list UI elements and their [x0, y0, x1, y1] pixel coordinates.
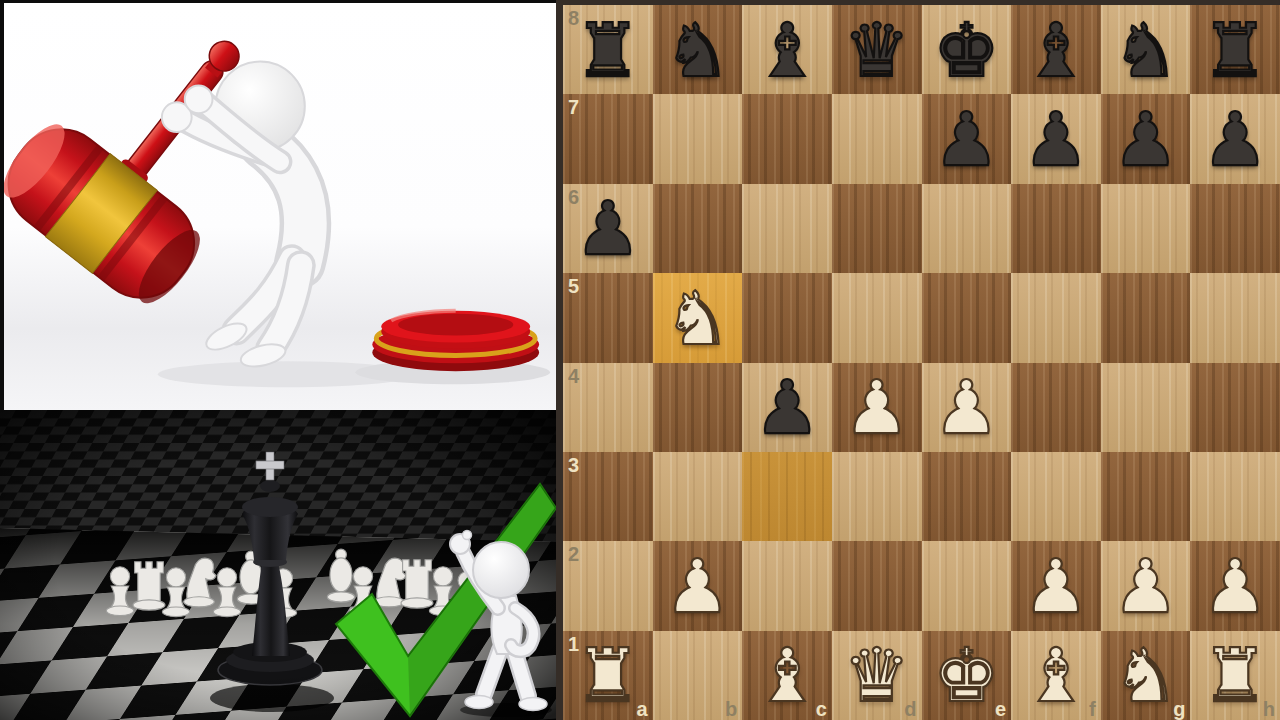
file-label-a: a — [637, 698, 648, 720]
file-label-b: b — [725, 698, 737, 720]
square-e5[interactable] — [922, 273, 1012, 362]
square-g1[interactable]: g♞ — [1101, 631, 1191, 720]
piece-black-queen[interactable]: ♛ — [832, 5, 922, 94]
square-d8[interactable]: ♛ — [832, 5, 922, 94]
square-f6[interactable] — [1011, 184, 1101, 273]
square-d5[interactable] — [832, 273, 922, 362]
piece-black-knight[interactable]: ♞ — [653, 5, 743, 94]
piece-white-pawn[interactable]: ♟ — [1190, 541, 1280, 630]
piece-white-pawn[interactable]: ♟ — [1101, 541, 1191, 630]
square-c8[interactable]: ♝ — [742, 5, 832, 94]
square-e2[interactable] — [922, 541, 1012, 630]
square-g4[interactable] — [1101, 363, 1191, 452]
square-b2[interactable]: ♟ — [653, 541, 743, 630]
rank-label-4: 4 — [568, 365, 579, 387]
left-pane — [0, 0, 556, 720]
square-e3[interactable] — [922, 452, 1012, 541]
rank-label-7: 7 — [568, 96, 579, 118]
rank-label-6: 6 — [568, 186, 579, 208]
square-g2[interactable]: ♟ — [1101, 541, 1191, 630]
square-d3[interactable] — [832, 452, 922, 541]
rank-label-1: 1 — [568, 633, 579, 655]
foot-l — [465, 696, 493, 709]
square-b7[interactable] — [653, 94, 743, 183]
square-c3[interactable] — [742, 452, 832, 541]
board: 8♜♞♝♛♚♝♞♜7♟♟♟♟6♟5♞4♟♟♟32♟♟♟♟1a♜bc♝d♛e♚f♝… — [563, 5, 1280, 720]
square-f7[interactable]: ♟ — [1011, 94, 1101, 183]
piece-black-pawn[interactable]: ♟ — [1190, 94, 1280, 183]
piece-black-knight[interactable]: ♞ — [1101, 5, 1191, 94]
square-a5[interactable]: 5 — [563, 273, 653, 362]
rank-label-3: 3 — [568, 454, 579, 476]
square-d2[interactable] — [832, 541, 922, 630]
rank-label-2: 2 — [568, 543, 579, 565]
square-h8[interactable]: ♜ — [1190, 5, 1280, 94]
square-g6[interactable] — [1101, 184, 1191, 273]
piece-black-pawn[interactable]: ♟ — [1011, 94, 1101, 183]
piece-black-pawn[interactable]: ♟ — [1101, 94, 1191, 183]
square-e4[interactable]: ♟ — [922, 363, 1012, 452]
square-c2[interactable] — [742, 541, 832, 630]
square-a8[interactable]: 8♜ — [563, 5, 653, 94]
square-c6[interactable] — [742, 184, 832, 273]
square-h6[interactable] — [1190, 184, 1280, 273]
square-g5[interactable] — [1101, 273, 1191, 362]
file-label-e: e — [995, 698, 1006, 720]
gavel-illustration — [4, 3, 556, 410]
square-h7[interactable]: ♟ — [1190, 94, 1280, 183]
square-h4[interactable] — [1190, 363, 1280, 452]
square-f3[interactable] — [1011, 452, 1101, 541]
piece-black-pawn[interactable]: ♟ — [742, 363, 832, 452]
piece-black-bishop[interactable]: ♝ — [742, 5, 832, 94]
hand-right — [185, 85, 213, 113]
square-c4[interactable]: ♟ — [742, 363, 832, 452]
block-top-inner — [398, 314, 513, 336]
square-g8[interactable]: ♞ — [1101, 5, 1191, 94]
square-g3[interactable] — [1101, 452, 1191, 541]
square-d1[interactable]: d♛ — [832, 631, 922, 720]
figure-head2 — [473, 542, 529, 598]
chess-victory-panel — [0, 410, 556, 720]
square-f8[interactable]: ♝ — [1011, 5, 1101, 94]
rank-label-8: 8 — [568, 7, 579, 29]
piece-white-bishop[interactable]: ♝ — [1011, 631, 1101, 720]
square-d7[interactable] — [832, 94, 922, 183]
file-label-g: g — [1173, 698, 1185, 720]
square-f4[interactable] — [1011, 363, 1101, 452]
screenshot: 8♜♞♝♛♚♝♞♜7♟♟♟♟6♟5♞4♟♟♟32♟♟♟♟1a♜bc♝d♛e♚f♝… — [0, 0, 1280, 720]
square-d4[interactable]: ♟ — [832, 363, 922, 452]
square-h3[interactable] — [1190, 452, 1280, 541]
chess-victory-illustration — [0, 410, 556, 720]
square-c5[interactable] — [742, 273, 832, 362]
square-a6[interactable]: 6♟ — [563, 184, 653, 273]
sound-block — [372, 311, 539, 372]
piece-white-pawn[interactable]: ♟ — [653, 541, 743, 630]
square-e1[interactable]: e♚ — [922, 631, 1012, 720]
square-e6[interactable] — [922, 184, 1012, 273]
square-b6[interactable] — [653, 184, 743, 273]
thumb — [463, 531, 472, 540]
square-a7[interactable]: 7 — [563, 94, 653, 183]
rank-label-5: 5 — [568, 275, 579, 297]
square-f1[interactable]: f♝ — [1011, 631, 1101, 720]
file-label-d: d — [904, 698, 916, 720]
square-c7[interactable] — [742, 94, 832, 183]
square-a4[interactable]: 4 — [563, 363, 653, 452]
file-label-f: f — [1089, 698, 1096, 720]
piece-white-pawn[interactable]: ♟ — [1011, 541, 1101, 630]
square-a3[interactable]: 3 — [563, 452, 653, 541]
square-c1[interactable]: c♝ — [742, 631, 832, 720]
square-f5[interactable] — [1011, 273, 1101, 362]
square-b1[interactable]: b — [653, 631, 743, 720]
square-e7[interactable]: ♟ — [922, 94, 1012, 183]
chessboard-pane: 8♜♞♝♛♚♝♞♜7♟♟♟♟6♟5♞4♟♟♟32♟♟♟♟1a♜bc♝d♛e♚f♝… — [556, 0, 1280, 720]
square-g7[interactable]: ♟ — [1101, 94, 1191, 183]
square-d6[interactable] — [832, 184, 922, 273]
file-label-c: c — [816, 698, 827, 720]
square-e8[interactable]: ♚ — [922, 5, 1012, 94]
square-h5[interactable] — [1190, 273, 1280, 362]
square-b3[interactable] — [653, 452, 743, 541]
square-a1[interactable]: 1a♜ — [563, 631, 653, 720]
piece-black-rook[interactable]: ♜ — [1190, 5, 1280, 94]
file-label-h: h — [1263, 698, 1275, 720]
square-h1[interactable]: h♜ — [1190, 631, 1280, 720]
gavel-illustration-panel — [0, 0, 556, 410]
piece-white-knight[interactable]: ♞ — [653, 273, 743, 362]
piece-black-bishop[interactable]: ♝ — [1011, 5, 1101, 94]
piece-white-pawn[interactable]: ♟ — [832, 363, 922, 452]
square-f2[interactable]: ♟ — [1011, 541, 1101, 630]
square-a2[interactable]: 2 — [563, 541, 653, 630]
piece-white-pawn[interactable]: ♟ — [922, 363, 1012, 452]
square-b8[interactable]: ♞ — [653, 5, 743, 94]
square-h2[interactable]: ♟ — [1190, 541, 1280, 630]
square-b4[interactable] — [653, 363, 743, 452]
square-b5[interactable]: ♞ — [653, 273, 743, 362]
piece-black-king[interactable]: ♚ — [922, 5, 1012, 94]
foot-r — [519, 698, 547, 711]
piece-black-pawn[interactable]: ♟ — [922, 94, 1012, 183]
